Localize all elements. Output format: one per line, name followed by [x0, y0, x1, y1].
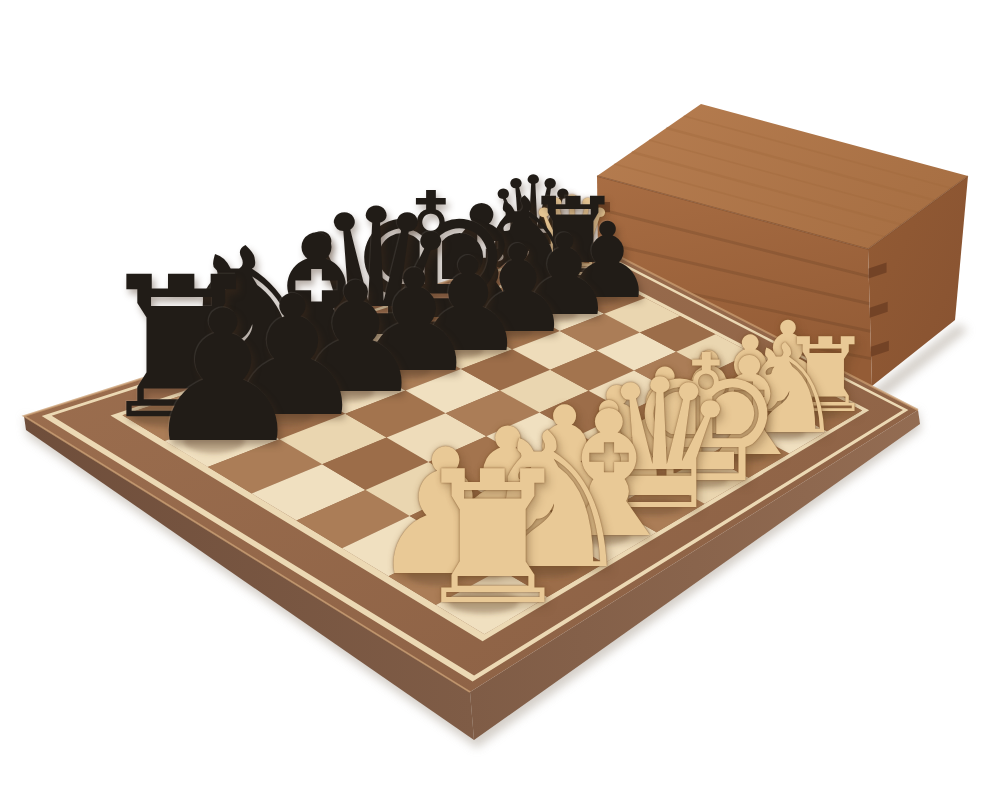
piece-shadow — [546, 272, 589, 286]
piece-shadow — [672, 472, 729, 488]
chess-set-product-photo: ♛♛♜♞♟♝♟♚♟♛♟♝♟♞♟♟♜♟♟♜♞♟♟♝♟♚♟♛♟♝♟♞♟♜ — [0, 0, 1000, 800]
box-finger-joint — [597, 202, 610, 212]
piece-shadow — [510, 246, 548, 258]
piece-shadow — [183, 429, 245, 454]
piece-shadow — [801, 405, 840, 418]
piece-shadow — [638, 449, 680, 466]
piece-shadow — [451, 303, 501, 320]
piece-shadow — [499, 287, 547, 302]
piece-shadow — [624, 498, 682, 516]
board-and-box-rendering — [0, 0, 1000, 800]
piece-shadow — [684, 426, 723, 441]
piece-shadow — [762, 426, 806, 440]
piece-shadow — [135, 403, 210, 428]
piece-shadow — [393, 320, 455, 338]
piece-shadow — [584, 290, 620, 304]
piece-shadow — [256, 404, 313, 427]
piece-shadow — [550, 261, 585, 272]
piece-shadow — [572, 526, 631, 546]
piece-shadow — [449, 590, 519, 613]
piece-shadow — [727, 405, 763, 419]
piece-shadow — [491, 323, 532, 339]
piece-shadow — [588, 474, 633, 492]
piece-shadow — [440, 341, 484, 359]
piece-shadow — [721, 448, 767, 463]
piece-shadow — [322, 381, 374, 402]
piece-shadow — [512, 557, 579, 578]
piece-shadow — [207, 380, 278, 403]
piece-shadow — [473, 530, 527, 552]
piece-shadow — [540, 306, 578, 321]
piece-shadow — [767, 385, 800, 398]
piece-shadow — [533, 501, 582, 521]
piece-shadow — [337, 339, 400, 358]
piece-shadow — [407, 562, 466, 586]
piece-shadow — [277, 358, 340, 379]
piece-shadow — [383, 360, 431, 379]
